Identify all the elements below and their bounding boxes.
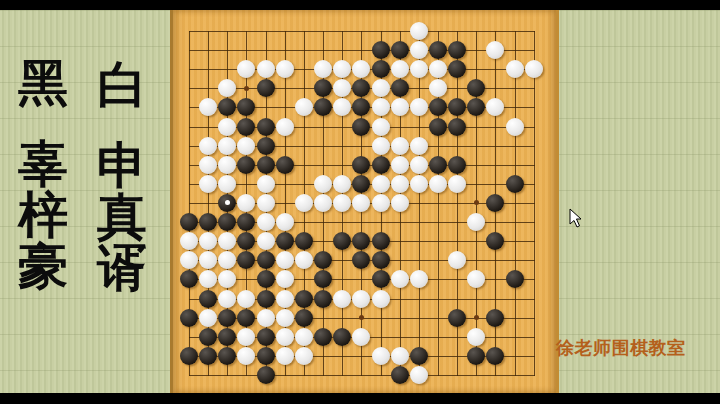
- white-stone: [391, 156, 409, 174]
- white-stone: [391, 175, 409, 193]
- white-stone: [410, 175, 428, 193]
- white-stone: [257, 213, 275, 231]
- black-stone: [448, 41, 466, 59]
- last-move-marker: [225, 200, 230, 205]
- white-stone: [525, 60, 543, 78]
- player-name-char: 申: [97, 141, 147, 192]
- white-stone: [372, 137, 390, 155]
- white-stone: [372, 194, 390, 212]
- black-stone: [257, 290, 275, 308]
- white-stone: [467, 213, 485, 231]
- black-stone: [257, 328, 275, 346]
- black-stone: [199, 290, 217, 308]
- white-stone: [372, 290, 390, 308]
- black-stone: [467, 98, 485, 116]
- black-stone: [448, 156, 466, 174]
- black-stone: [180, 213, 198, 231]
- white-stone: [506, 60, 524, 78]
- white-stone: [352, 60, 370, 78]
- white-stone: [276, 270, 294, 288]
- white-stone: [352, 328, 370, 346]
- black-stone: [333, 232, 351, 250]
- black-stone: [257, 270, 275, 288]
- star-point: [359, 315, 364, 320]
- grid-line-vertical: [515, 31, 516, 376]
- black-stone: [429, 98, 447, 116]
- black-stone: [372, 60, 390, 78]
- black-stone: [372, 251, 390, 269]
- white-stone: [295, 347, 313, 365]
- black-stone: [429, 156, 447, 174]
- white-stone: [199, 137, 217, 155]
- black-stone: [352, 232, 370, 250]
- black-stone: [486, 309, 504, 327]
- white-stone: [486, 98, 504, 116]
- black-stone: [391, 79, 409, 97]
- white-stone: [372, 118, 390, 136]
- white-stone: [410, 41, 428, 59]
- white-stone: [410, 156, 428, 174]
- white-stone: [372, 79, 390, 97]
- player-name-char: 豪: [18, 241, 68, 292]
- white-stone: [410, 60, 428, 78]
- black-stone: [180, 309, 198, 327]
- black-stone: [506, 270, 524, 288]
- white-stone: [237, 290, 255, 308]
- white-stone: [237, 328, 255, 346]
- black-stone: [237, 98, 255, 116]
- black-stone: [486, 347, 504, 365]
- white-stone: [199, 232, 217, 250]
- white-stone: [218, 270, 236, 288]
- black-stone: [314, 328, 332, 346]
- white-stone: [467, 270, 485, 288]
- white-stone: [257, 194, 275, 212]
- black-stone: [276, 232, 294, 250]
- white-stone: [199, 156, 217, 174]
- black-stone: [257, 79, 275, 97]
- black-stone: [237, 118, 255, 136]
- letterbox-top: [0, 0, 720, 10]
- white-stone: [199, 251, 217, 269]
- white-stone: [391, 98, 409, 116]
- white-stone: [372, 98, 390, 116]
- black-stone: [333, 328, 351, 346]
- black-stone: [199, 328, 217, 346]
- black-stone: [180, 270, 198, 288]
- player-name-char: 谞: [97, 243, 147, 294]
- white-stone: [429, 60, 447, 78]
- black-stone: [314, 79, 332, 97]
- white-stone: [257, 60, 275, 78]
- white-stone: [333, 98, 351, 116]
- white-stone: [199, 98, 217, 116]
- white-stone: [352, 290, 370, 308]
- white-stone: [199, 270, 217, 288]
- black-stone: [448, 98, 466, 116]
- white-stone: [180, 251, 198, 269]
- black-stone: [314, 270, 332, 288]
- black-stone: [467, 347, 485, 365]
- black-stone: [410, 347, 428, 365]
- black-stone: [352, 98, 370, 116]
- white-stone: [218, 156, 236, 174]
- black-stone: [448, 60, 466, 78]
- white-stone: [333, 60, 351, 78]
- white-stone: [237, 347, 255, 365]
- white-stone: [218, 251, 236, 269]
- black-stone: [237, 251, 255, 269]
- white-stone: [218, 137, 236, 155]
- white-stone: [314, 194, 332, 212]
- black-stone: [429, 41, 447, 59]
- black-player-column: 黑 辜梓豪: [18, 58, 68, 292]
- black-stone: [257, 366, 275, 384]
- white-stone: [391, 60, 409, 78]
- black-stone: [295, 290, 313, 308]
- white-stone: [391, 137, 409, 155]
- tatami-background: 黑 辜梓豪 白 申真谞 徐老师围棋教室: [0, 10, 720, 393]
- black-stone: [257, 137, 275, 155]
- black-stone: [218, 194, 236, 212]
- player-name-char: 真: [97, 192, 147, 243]
- white-stone: [372, 347, 390, 365]
- white-stone: [276, 251, 294, 269]
- white-stone: [276, 118, 294, 136]
- white-stone: [276, 309, 294, 327]
- black-stone: [314, 98, 332, 116]
- black-stone: [237, 309, 255, 327]
- white-stone: [295, 328, 313, 346]
- white-stone: [295, 251, 313, 269]
- white-stone: [333, 79, 351, 97]
- white-label: 白: [97, 60, 147, 111]
- white-stone: [276, 213, 294, 231]
- black-stone: [486, 194, 504, 212]
- black-stone: [352, 156, 370, 174]
- black-player-name: 辜梓豪: [18, 139, 68, 292]
- white-stone: [391, 270, 409, 288]
- white-stone: [237, 60, 255, 78]
- watermark-text: 徐老师围棋教室: [556, 336, 686, 360]
- black-stone: [314, 251, 332, 269]
- white-stone: [391, 347, 409, 365]
- white-stone: [199, 309, 217, 327]
- player-name-char: 梓: [18, 190, 68, 241]
- white-stone: [218, 175, 236, 193]
- white-stone: [218, 79, 236, 97]
- white-stone: [218, 232, 236, 250]
- white-stone: [295, 194, 313, 212]
- black-stone: [467, 79, 485, 97]
- black-stone: [180, 347, 198, 365]
- white-stone: [333, 175, 351, 193]
- white-stone: [448, 175, 466, 193]
- black-stone: [352, 118, 370, 136]
- white-stone: [467, 328, 485, 346]
- black-stone: [486, 232, 504, 250]
- grid-line-vertical: [534, 31, 535, 376]
- grid-line-vertical: [419, 31, 420, 376]
- white-stone: [448, 251, 466, 269]
- white-stone: [257, 232, 275, 250]
- black-stone: [372, 270, 390, 288]
- black-stone: [257, 118, 275, 136]
- black-stone: [199, 213, 217, 231]
- black-stone: [218, 213, 236, 231]
- letterbox-bottom: [0, 393, 720, 404]
- white-stone: [410, 22, 428, 40]
- white-stone: [410, 270, 428, 288]
- white-stone: [429, 79, 447, 97]
- black-stone: [257, 347, 275, 365]
- white-stone: [276, 60, 294, 78]
- white-stone: [410, 137, 428, 155]
- black-stone: [448, 309, 466, 327]
- black-stone: [352, 175, 370, 193]
- black-stone: [448, 118, 466, 136]
- black-stone: [314, 290, 332, 308]
- white-player-column: 白 申真谞: [97, 60, 147, 294]
- white-stone: [295, 98, 313, 116]
- white-stone: [410, 366, 428, 384]
- black-stone: [237, 213, 255, 231]
- grid-line-horizontal: [189, 375, 535, 376]
- black-stone: [218, 309, 236, 327]
- black-stone: [218, 98, 236, 116]
- black-stone: [218, 328, 236, 346]
- white-stone: [372, 175, 390, 193]
- white-stone: [218, 290, 236, 308]
- mouse-cursor-icon: [569, 208, 583, 232]
- white-stone: [352, 194, 370, 212]
- black-stone: [295, 232, 313, 250]
- star-point: [474, 315, 479, 320]
- white-stone: [257, 175, 275, 193]
- white-stone: [276, 290, 294, 308]
- black-stone: [237, 156, 255, 174]
- white-player-name: 申真谞: [97, 141, 147, 294]
- white-stone: [276, 347, 294, 365]
- white-stone: [314, 60, 332, 78]
- white-stone: [314, 175, 332, 193]
- white-stone: [410, 98, 428, 116]
- black-stone: [295, 309, 313, 327]
- white-stone: [218, 118, 236, 136]
- white-stone: [506, 118, 524, 136]
- white-stone: [199, 175, 217, 193]
- black-stone: [199, 347, 217, 365]
- white-stone: [257, 309, 275, 327]
- black-stone: [276, 156, 294, 174]
- black-stone: [352, 251, 370, 269]
- black-stone: [257, 156, 275, 174]
- black-stone: [372, 232, 390, 250]
- black-stone: [372, 156, 390, 174]
- white-stone: [180, 232, 198, 250]
- star-point: [244, 86, 249, 91]
- black-label: 黑: [18, 58, 68, 109]
- black-stone: [372, 41, 390, 59]
- white-stone: [333, 290, 351, 308]
- white-stone: [276, 328, 294, 346]
- black-stone: [391, 41, 409, 59]
- star-point: [474, 200, 479, 205]
- go-board[interactable]: [170, 10, 559, 393]
- white-stone: [237, 137, 255, 155]
- white-stone: [391, 194, 409, 212]
- black-stone: [352, 79, 370, 97]
- black-stone: [506, 175, 524, 193]
- black-stone: [218, 347, 236, 365]
- black-stone: [257, 251, 275, 269]
- black-stone: [429, 118, 447, 136]
- white-stone: [429, 175, 447, 193]
- white-stone: [486, 41, 504, 59]
- black-stone: [391, 366, 409, 384]
- player-name-char: 辜: [18, 139, 68, 190]
- black-stone: [237, 232, 255, 250]
- white-stone: [237, 194, 255, 212]
- video-frame[interactable]: 黑 辜梓豪 白 申真谞 徐老师围棋教室: [0, 0, 720, 404]
- white-stone: [333, 194, 351, 212]
